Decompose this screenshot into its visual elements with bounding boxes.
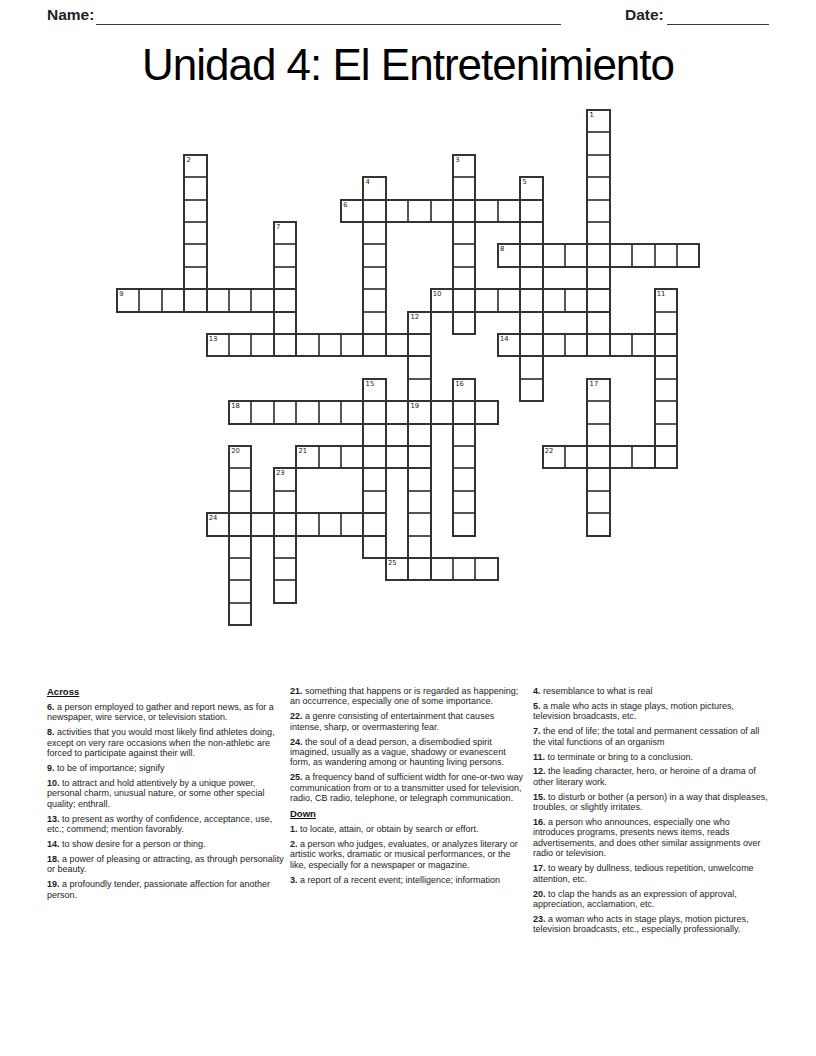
clue-number: 7. <box>533 726 541 736</box>
clue-number: 21. <box>290 686 303 696</box>
grid-cell[interactable] <box>229 491 251 513</box>
clue-text: a person employed to gather and report n… <box>47 702 274 722</box>
worksheet-page: Name: Date: Unidad 4: El Entretenimiento… <box>0 0 816 1056</box>
clue-item: 7. the end of life; the total and perman… <box>533 726 770 747</box>
clue-item: 15. to disturb or bother (a person) in a… <box>533 792 770 813</box>
grid-cell[interactable] <box>475 401 497 423</box>
cell-number: 16 <box>455 381 464 388</box>
grid-cell[interactable] <box>363 468 385 490</box>
grid-cell[interactable] <box>296 401 318 423</box>
grid-cell[interactable] <box>408 468 430 490</box>
clue-item: 22. a genre consisting of entertainment … <box>290 711 527 732</box>
grid-cell[interactable] <box>587 155 609 177</box>
clue-item: 18. a power of pleasing or attracting, a… <box>47 854 284 875</box>
grid-cell[interactable] <box>453 200 475 222</box>
grid-cell[interactable] <box>274 244 296 266</box>
grid-cell[interactable] <box>453 424 475 446</box>
grid-cell[interactable] <box>453 289 475 311</box>
page-title: Unidad 4: El Entretenimiento <box>0 40 816 90</box>
grid-cell[interactable] <box>363 491 385 513</box>
clue-text: the leading character, hero, or heroine … <box>533 766 756 786</box>
clue-text: a person who judges, evaluates, or analy… <box>290 839 518 870</box>
grid-cell[interactable] <box>386 334 408 356</box>
clue-item: 4. resemblance to what is real <box>533 686 770 696</box>
grid-cell[interactable] <box>274 513 296 535</box>
clue-text: a profoundly tender, passionate affectio… <box>47 879 270 899</box>
cell-number: 18 <box>231 403 240 410</box>
grid-cell[interactable] <box>431 200 453 222</box>
clue-text: to clap the hands as an expression of ap… <box>533 889 737 909</box>
clue-number: 5. <box>533 701 541 711</box>
grid-cell[interactable] <box>184 177 206 199</box>
clue-number: 12. <box>533 766 546 776</box>
grid-cell[interactable] <box>453 244 475 266</box>
clue-item: 1. to locate, attain, or obtain by searc… <box>290 824 527 834</box>
grid-cell[interactable] <box>655 424 677 446</box>
clue-text: to weary by dullness, tedious repetition… <box>533 863 754 883</box>
grid-cell[interactable] <box>587 401 609 423</box>
grid-cell[interactable] <box>587 289 609 311</box>
cell-number: 8 <box>500 246 504 253</box>
cell-number: 14 <box>500 336 509 343</box>
grid-cell[interactable] <box>655 356 677 378</box>
clue-number: 11. <box>533 752 545 762</box>
clue-item: 9. to be of importance; signify <box>47 763 284 773</box>
cell-number: 15 <box>366 381 375 388</box>
cell-number: 22 <box>545 448 554 455</box>
clue-number: 4. <box>533 686 541 696</box>
grid-cell[interactable] <box>251 401 273 423</box>
grid-cell[interactable] <box>587 132 609 154</box>
grid-cell[interactable] <box>341 401 363 423</box>
cell-number: 5 <box>522 179 526 186</box>
grid-cell[interactable] <box>274 491 296 513</box>
clue-item: 13. to present as worthy of confidence, … <box>47 814 284 835</box>
grid-cell[interactable] <box>431 558 453 580</box>
grid-cell[interactable] <box>274 558 296 580</box>
grid-cell[interactable] <box>520 334 542 356</box>
clue-number: 16. <box>533 817 546 827</box>
clue-item: 6. a person employed to gather and repor… <box>47 702 284 723</box>
grid-cell[interactable] <box>431 401 453 423</box>
grid-cell[interactable] <box>453 267 475 289</box>
grid-cell[interactable] <box>363 289 385 311</box>
grid-cell[interactable] <box>587 424 609 446</box>
grid-cell[interactable] <box>363 536 385 558</box>
grid-cell[interactable] <box>587 312 609 334</box>
clue-column-2: 21. something that happens or is regarde… <box>290 686 527 939</box>
grid-cell[interactable] <box>274 580 296 602</box>
crossword-grid: 1234567891011121314151617181920212223242… <box>117 110 700 626</box>
grid-cell[interactable] <box>520 289 542 311</box>
grid-cell[interactable] <box>453 177 475 199</box>
cell-number: 1 <box>590 112 594 119</box>
grid-cell[interactable] <box>229 289 251 311</box>
cell-number: 7 <box>276 224 280 231</box>
cell-number: 17 <box>590 381 599 388</box>
grid-cell[interactable] <box>363 267 385 289</box>
grid-cell[interactable] <box>632 334 654 356</box>
clue-text: resemblance to what is real <box>541 686 653 696</box>
clue-number: 18. <box>47 854 60 864</box>
clue-number: 24. <box>290 737 303 747</box>
grid-cell[interactable] <box>363 244 385 266</box>
cell-number: 13 <box>209 336 218 343</box>
grid-cell[interactable] <box>229 536 251 558</box>
grid-cell[interactable] <box>655 244 677 266</box>
grid-cell[interactable] <box>520 267 542 289</box>
clue-item: 11. to terminate or bring to a conclusio… <box>533 752 770 762</box>
grid-cell[interactable] <box>386 200 408 222</box>
grid-cell[interactable] <box>363 424 385 446</box>
grid-cell[interactable] <box>319 446 341 468</box>
grid-cell[interactable] <box>543 289 565 311</box>
clue-number: 1. <box>290 824 298 834</box>
grid-cell[interactable] <box>453 558 475 580</box>
cell-number: 3 <box>455 157 459 164</box>
grid-cell[interactable] <box>319 401 341 423</box>
grid-cell[interactable] <box>655 379 677 401</box>
clue-item: 24. the soul of a dead person, a disembo… <box>290 737 527 768</box>
grid-cell[interactable] <box>655 334 677 356</box>
grid-cell[interactable] <box>229 558 251 580</box>
clue-text: a person who announces, especially one w… <box>533 817 761 858</box>
grid-cell[interactable] <box>408 513 430 535</box>
grid-cell[interactable] <box>363 312 385 334</box>
grid-cell[interactable] <box>677 244 699 266</box>
grid-cell[interactable] <box>319 513 341 535</box>
clue-column-1: Across6. a person employed to gather and… <box>47 686 284 939</box>
clue-text: the soul of a dead person, a disembodied… <box>290 737 506 768</box>
grid-cell[interactable] <box>565 289 587 311</box>
clue-item: 5. a male who acts in stage plays, motio… <box>533 701 770 722</box>
clue-item: 17. to weary by dullness, tedious repeti… <box>533 863 770 884</box>
grid-cell[interactable] <box>184 244 206 266</box>
cell-number: 4 <box>366 179 370 186</box>
cell-number: 9 <box>119 291 123 298</box>
grid-cell[interactable] <box>274 401 296 423</box>
grid-cell[interactable] <box>363 334 385 356</box>
cell-number: 12 <box>410 314 419 321</box>
grid-cell[interactable] <box>229 468 251 490</box>
grid-cell[interactable] <box>610 244 632 266</box>
grid-cell[interactable] <box>655 446 677 468</box>
grid-cell[interactable] <box>520 244 542 266</box>
clue-text: a woman who acts in stage plays, motion … <box>533 914 749 934</box>
grid-cell[interactable] <box>565 446 587 468</box>
grid-cell[interactable] <box>520 312 542 334</box>
grid-cell[interactable] <box>184 222 206 244</box>
grid-cell[interactable] <box>475 200 497 222</box>
clue-number: 3. <box>290 875 298 885</box>
grid-cell[interactable] <box>251 334 273 356</box>
clue-number: 10. <box>47 778 60 788</box>
clue-item: 12. the leading character, hero, or hero… <box>533 766 770 787</box>
cell-number: 19 <box>410 403 419 410</box>
grid-cell[interactable] <box>184 200 206 222</box>
clue-number: 17. <box>533 863 546 873</box>
date-blank-line <box>667 6 769 25</box>
grid-cell[interactable] <box>520 356 542 378</box>
grid-cell[interactable] <box>587 334 609 356</box>
grid-cell[interactable] <box>408 536 430 558</box>
grid-cell[interactable] <box>408 558 430 580</box>
grid-cell[interactable] <box>274 334 296 356</box>
grid-cell[interactable] <box>184 289 206 311</box>
grid-cell[interactable] <box>498 289 520 311</box>
grid-cell[interactable] <box>408 334 430 356</box>
clue-number: 9. <box>47 763 55 773</box>
clue-text: the end of life; the total and permanent… <box>533 726 759 746</box>
grid-cell[interactable] <box>587 513 609 535</box>
grid-cell[interactable] <box>453 513 475 535</box>
grid-cell[interactable] <box>296 334 318 356</box>
grid-cell[interactable] <box>251 513 273 535</box>
clue-column-3: 4. resemblance to what is real5. a male … <box>533 686 770 939</box>
clue-item: 8. activities that you would most likely… <box>47 727 284 758</box>
clue-number: 20. <box>533 889 546 899</box>
grid-cell[interactable] <box>587 267 609 289</box>
grid-cell[interactable] <box>655 312 677 334</box>
clue-text: a genre consisting of entertainment that… <box>290 711 494 731</box>
clue-item: 25. a frequency band of sufficient width… <box>290 772 527 803</box>
clue-text: to locate, attain, or obtain by search o… <box>298 824 479 834</box>
clue-number: 13. <box>47 814 60 824</box>
grid-cell[interactable] <box>162 289 184 311</box>
grid-cell[interactable] <box>408 356 430 378</box>
grid-cell[interactable] <box>587 491 609 513</box>
grid-cell[interactable] <box>587 222 609 244</box>
grid-cell[interactable] <box>543 334 565 356</box>
grid-cell[interactable] <box>274 312 296 334</box>
grid-cell[interactable] <box>274 267 296 289</box>
clue-item: 20. to clap the hands as an expression o… <box>533 889 770 910</box>
clue-number: 8. <box>47 727 55 737</box>
grid-cell[interactable] <box>565 334 587 356</box>
grid-cell[interactable] <box>408 491 430 513</box>
grid-cell[interactable] <box>363 446 385 468</box>
clue-item: 2. a person who judges, evaluates, or an… <box>290 839 527 870</box>
clue-text: to attract and hold attentively by a uni… <box>47 778 265 809</box>
clue-item: 16. a person who announces, especially o… <box>533 817 770 859</box>
clue-text: to show desire for a person or thing. <box>60 839 206 849</box>
clue-number: 6. <box>47 702 55 712</box>
grid-cell[interactable] <box>386 401 408 423</box>
grid-cell[interactable] <box>453 222 475 244</box>
grid-cell[interactable] <box>229 334 251 356</box>
cell-number: 21 <box>298 448 307 455</box>
grid-cell[interactable] <box>453 491 475 513</box>
grid-cell[interactable] <box>296 513 318 535</box>
grid-cell[interactable] <box>632 244 654 266</box>
clue-item: 19. a profoundly tender, passionate affe… <box>47 879 284 900</box>
grid-cell[interactable] <box>453 401 475 423</box>
grid-cell[interactable] <box>229 513 251 535</box>
clue-text: a power of pleasing or attracting, as th… <box>47 854 284 874</box>
grid-cell[interactable] <box>341 513 363 535</box>
grid-cell[interactable] <box>565 244 587 266</box>
clue-number: 25. <box>290 772 303 782</box>
grid-cell[interactable] <box>274 289 296 311</box>
grid-cell[interactable] <box>363 513 385 535</box>
grid-cell[interactable] <box>543 244 565 266</box>
grid-cell[interactable] <box>251 289 273 311</box>
clue-text: a male who acts in stage plays, motion p… <box>533 701 734 721</box>
grid-cell[interactable] <box>229 580 251 602</box>
grid-cell[interactable] <box>453 312 475 334</box>
clue-header-down: Down <box>290 808 527 819</box>
grid-cell[interactable] <box>655 401 677 423</box>
grid-cell[interactable] <box>363 200 385 222</box>
date-label: Date: <box>625 6 664 24</box>
cell-number: 20 <box>231 448 240 455</box>
clue-text: something that happens or is regarded as… <box>290 686 518 706</box>
clues-section: Across6. a person employed to gather and… <box>47 686 776 939</box>
clue-number: 15. <box>533 792 546 802</box>
grid-cell[interactable] <box>274 536 296 558</box>
name-blank-line <box>96 6 561 25</box>
clue-number: 14. <box>47 839 60 849</box>
grid-cell[interactable] <box>408 446 430 468</box>
grid-cell[interactable] <box>363 401 385 423</box>
cell-number: 2 <box>186 157 190 164</box>
clue-item: 14. to show desire for a person or thing… <box>47 839 284 849</box>
grid-cell[interactable] <box>475 558 497 580</box>
grid-cell[interactable] <box>139 289 161 311</box>
name-label: Name: <box>47 6 94 24</box>
grid-cell[interactable] <box>632 446 654 468</box>
grid-cell[interactable] <box>341 334 363 356</box>
clue-header-across: Across <box>47 686 284 697</box>
grid-cell[interactable] <box>587 244 609 266</box>
grid-cell[interactable] <box>207 289 229 311</box>
grid-cell[interactable] <box>408 379 430 401</box>
grid-cell[interactable] <box>319 334 341 356</box>
grid-cell[interactable] <box>587 200 609 222</box>
clue-text: to disturb or bother (a person) in a way… <box>533 792 768 812</box>
clue-item: 3. a report of a recent event; intellige… <box>290 875 527 885</box>
grid-cell[interactable] <box>184 267 206 289</box>
grid-cell[interactable] <box>453 468 475 490</box>
clue-text: to present as worthy of confidence, acce… <box>47 814 272 834</box>
grid-cell[interactable] <box>498 200 520 222</box>
name-date-row: Name: Date: <box>47 6 769 26</box>
grid-cell[interactable] <box>587 177 609 199</box>
grid-cell[interactable] <box>520 379 542 401</box>
cell-number: 11 <box>657 291 666 298</box>
clue-item: 10. to attract and hold attentively by a… <box>47 778 284 809</box>
grid-cell[interactable] <box>363 222 385 244</box>
cell-number: 10 <box>433 291 442 298</box>
clue-item: 23. a woman who acts in stage plays, mot… <box>533 914 770 935</box>
grid-cell[interactable] <box>475 289 497 311</box>
clue-number: 19. <box>47 879 60 889</box>
clue-text: activities that you would most likely fi… <box>47 727 275 758</box>
cell-number: 6 <box>343 202 347 209</box>
grid-cell[interactable] <box>587 446 609 468</box>
grid-cell[interactable] <box>408 424 430 446</box>
clue-number: 2. <box>290 839 298 849</box>
grid-cell[interactable] <box>341 446 363 468</box>
clue-number: 22. <box>290 711 303 721</box>
clue-number: 23. <box>533 914 546 924</box>
grid-cell[interactable] <box>587 468 609 490</box>
clue-text: a report of a recent event; intelligence… <box>298 875 501 885</box>
grid-cell[interactable] <box>408 200 430 222</box>
grid-cell[interactable] <box>453 446 475 468</box>
grid-cell[interactable] <box>520 200 542 222</box>
cell-number: 24 <box>209 515 218 522</box>
grid-cell[interactable] <box>520 222 542 244</box>
grid-cell[interactable] <box>610 446 632 468</box>
grid-cell[interactable] <box>610 334 632 356</box>
clue-text: to terminate or bring to a conclusion. <box>545 752 693 762</box>
cell-number: 23 <box>276 470 285 477</box>
clue-text: a frequency band of sufficient width for… <box>290 772 523 803</box>
clue-item: 21. something that happens or is regarde… <box>290 686 527 707</box>
grid-cell[interactable] <box>386 446 408 468</box>
grid-cell[interactable] <box>229 603 251 625</box>
cell-number: 25 <box>388 560 397 567</box>
clue-text: to be of importance; signify <box>55 763 165 773</box>
